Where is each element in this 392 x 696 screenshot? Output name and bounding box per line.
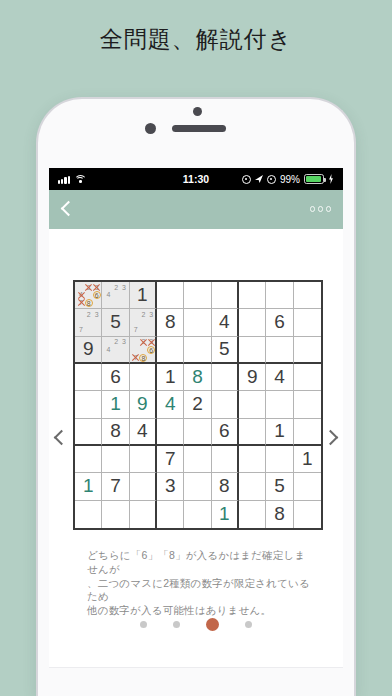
given-digit: 1: [274, 420, 285, 442]
sudoku-cell-r9c3[interactable]: [130, 501, 157, 528]
page-indicator: [49, 616, 343, 632]
given-digit: 9: [247, 366, 258, 388]
sudoku-cell-r5c5[interactable]: 2: [184, 391, 211, 418]
given-digit: 6: [219, 420, 230, 442]
sudoku-cell-r2c1[interactable]: 237: [75, 309, 102, 336]
sudoku-cell-r8c2[interactable]: 7: [102, 473, 129, 500]
given-digit: 1: [302, 448, 313, 470]
sudoku-cell-r7c2[interactable]: [102, 446, 129, 473]
sudoku-cell-r3c3[interactable]: 23678: [130, 337, 157, 364]
sudoku-cell-r2c8[interactable]: 6: [266, 309, 293, 336]
pencil-mark-circled: 6: [147, 346, 155, 354]
sudoku-cell-r6c5[interactable]: [184, 419, 211, 446]
phone-frame: 11:30 99% 234678234123752378469234236785…: [36, 97, 356, 696]
pencil-mark: 2: [85, 311, 93, 319]
pencil-mark-crossed: 2: [85, 284, 93, 292]
sudoku-cell-r6c1[interactable]: [75, 419, 102, 446]
sudoku-cell-r5c4[interactable]: 4: [157, 391, 184, 418]
sudoku-cell-r6c8[interactable]: 1: [266, 419, 293, 446]
sudoku-cell-r8c8[interactable]: 5: [266, 473, 293, 500]
sudoku-cell-r5c2[interactable]: 1: [102, 391, 129, 418]
sudoku-cell-r9c9[interactable]: [294, 501, 321, 528]
status-bar: 11:30 99%: [49, 168, 343, 190]
sudoku-cell-r7c5[interactable]: [184, 446, 211, 473]
sudoku-cell-r9c7[interactable]: [239, 501, 266, 528]
sudoku-cell-r6c3[interactable]: 4: [130, 419, 157, 446]
back-button[interactable]: [61, 201, 77, 217]
pencil-mark: 7: [77, 326, 85, 334]
sudoku-cell-r7c3[interactable]: [130, 446, 157, 473]
sudoku-cell-r8c6[interactable]: 8: [212, 473, 239, 500]
sudoku-cell-r1c3[interactable]: 1: [130, 282, 157, 309]
given-digit: 8: [110, 420, 121, 442]
sudoku-cell-r4c8[interactable]: 4: [266, 364, 293, 391]
pencil-mark: 3: [147, 311, 155, 319]
sudoku-cell-r9c2[interactable]: [102, 501, 129, 528]
sudoku-cell-r1c5[interactable]: [184, 282, 211, 309]
solved-digit: 1: [219, 503, 230, 525]
given-digit: 6: [274, 311, 285, 333]
sudoku-cell-r8c1[interactable]: 1: [75, 473, 102, 500]
pager-dot-2[interactable]: [173, 621, 180, 628]
sudoku-cell-r8c4[interactable]: 3: [157, 473, 184, 500]
given-digit: 8: [274, 503, 285, 525]
solved-digit: 1: [83, 475, 94, 497]
sudoku-cell-r2c9[interactable]: [294, 309, 321, 336]
given-digit: 8: [219, 475, 230, 497]
sudoku-cell-r3c9[interactable]: [294, 337, 321, 364]
sudoku-cell-r8c3[interactable]: [130, 473, 157, 500]
given-digit: 1: [165, 366, 176, 388]
sudoku-cell-r8c7[interactable]: [239, 473, 266, 500]
explanation-line: 、二つのマスに2種類の数字が限定されているため: [87, 577, 313, 605]
sensor-dot-icon: [145, 123, 156, 134]
sudoku-cell-r2c6[interactable]: 4: [212, 309, 239, 336]
given-digit: 8: [165, 311, 176, 333]
page-title: 全問題、解説付き: [0, 24, 392, 55]
sudoku-cell-r2c4[interactable]: 8: [157, 309, 184, 336]
given-digit: 2: [192, 393, 203, 415]
sudoku-cell-r7c4[interactable]: 7: [157, 446, 184, 473]
sudoku-cell-r5c9[interactable]: [294, 391, 321, 418]
sudoku-cell-r8c9[interactable]: [294, 473, 321, 500]
given-digit: 7: [165, 448, 176, 470]
sudoku-cell-r5c6[interactable]: [212, 391, 239, 418]
rotation-lock-icon: [242, 175, 251, 184]
front-camera-icon: [193, 107, 202, 116]
sudoku-cell-r9c8[interactable]: 8: [266, 501, 293, 528]
alarm-clock-icon: [267, 175, 276, 184]
sudoku-cell-r4c5[interactable]: 8: [184, 364, 211, 391]
pencil-mark: 3: [93, 311, 101, 319]
pencil-mark-circled: 6: [93, 291, 101, 299]
sudoku-cell-r2c5[interactable]: [184, 309, 211, 336]
pencil-mark: 2: [112, 284, 120, 292]
app-nav-bar: [49, 190, 343, 229]
pencil-mark-crossed: 2: [139, 338, 147, 346]
sudoku-cell-r2c3[interactable]: 237: [130, 309, 157, 336]
pencil-mark-crossed: 3: [93, 284, 101, 292]
given-digit: 5: [274, 475, 285, 497]
sudoku-cell-r3c2[interactable]: 234: [102, 337, 129, 364]
given-digit: 4: [274, 366, 285, 388]
sudoku-cell-r4c3[interactable]: [130, 364, 157, 391]
sudoku-cell-r7c6[interactable]: [212, 446, 239, 473]
given-digit: 9: [83, 338, 94, 360]
status-time: 11:30: [49, 173, 343, 185]
sudoku-cell-r6c9[interactable]: [294, 419, 321, 446]
sudoku-cell-r2c7[interactable]: [239, 309, 266, 336]
circle-icon: [310, 206, 316, 212]
pager-dot-4[interactable]: [245, 621, 252, 628]
more-menu-button[interactable]: [310, 206, 332, 212]
pencil-mark-circled: 8: [139, 354, 147, 362]
sudoku-cell-r9c5[interactable]: [184, 501, 211, 528]
given-digit: 7: [110, 475, 121, 497]
pencil-mark: 7: [132, 326, 140, 334]
sudoku-cell-r1c6[interactable]: [212, 282, 239, 309]
sudoku-cell-r7c9[interactable]: 1: [294, 446, 321, 473]
previous-step-button[interactable]: [54, 430, 70, 446]
sudoku-cell-r5c1[interactable]: [75, 391, 102, 418]
solved-digit: 8: [192, 366, 203, 388]
sudoku-cell-r1c8[interactable]: [266, 282, 293, 309]
sudoku-cell-r4c4[interactable]: 1: [157, 364, 184, 391]
sudoku-board: 2346782341237523784692342367856189419428…: [73, 280, 323, 530]
pencil-mark: 4: [104, 346, 112, 354]
circle-icon: [326, 206, 332, 212]
given-digit: 1: [137, 284, 148, 306]
pencil-mark: 3: [120, 284, 128, 292]
sudoku-cell-r4c1[interactable]: [75, 364, 102, 391]
sudoku-cell-r9c6[interactable]: 1: [212, 501, 239, 528]
sudoku-cell-r1c9[interactable]: [294, 282, 321, 309]
solved-digit: 9: [137, 393, 148, 415]
sudoku-cell-r6c4[interactable]: [157, 419, 184, 446]
pager-dot-3-active[interactable]: [206, 618, 219, 631]
sudoku-cell-r3c1[interactable]: 9: [75, 337, 102, 364]
pencil-mark: 4: [104, 291, 112, 299]
sudoku-cell-r4c7[interactable]: 9: [239, 364, 266, 391]
sudoku-cell-r9c1[interactable]: [75, 501, 102, 528]
given-digit: 3: [165, 475, 176, 497]
pencil-mark: 3: [120, 338, 128, 346]
sudoku-cell-r6c6[interactable]: 6: [212, 419, 239, 446]
explanation-line: どちらに「6」「8」が入るかはまだ確定しませんが: [87, 549, 313, 577]
sudoku-cell-r9c4[interactable]: [157, 501, 184, 528]
given-digit: 5: [110, 311, 121, 333]
app-store-screenshot: 全問題、解説付き 11:30 99%: [0, 0, 392, 696]
sudoku-cell-r7c7[interactable]: [239, 446, 266, 473]
pencil-mark: 2: [112, 338, 120, 346]
sudoku-cell-r1c1[interactable]: 234678: [75, 282, 102, 309]
sudoku-cell-r3c8[interactable]: [266, 337, 293, 364]
pencil-mark: 2: [139, 311, 147, 319]
given-digit: 5: [219, 338, 230, 360]
sudoku-cell-r2c2[interactable]: 5: [102, 309, 129, 336]
sudoku-cell-r1c4[interactable]: [157, 282, 184, 309]
sudoku-cell-r7c1[interactable]: [75, 446, 102, 473]
battery-icon: [304, 174, 324, 184]
pencil-mark-crossed: 3: [147, 338, 155, 346]
pager-dot-1[interactable]: [140, 621, 147, 628]
sudoku-cell-r6c2[interactable]: 8: [102, 419, 129, 446]
pencil-mark-crossed: 7: [77, 299, 85, 307]
given-digit: 6: [110, 366, 121, 388]
next-step-button[interactable]: [323, 430, 339, 446]
sudoku-cell-r4c9[interactable]: [294, 364, 321, 391]
sudoku-cell-r7c8[interactable]: [266, 446, 293, 473]
earpiece-speaker-icon: [172, 125, 226, 132]
sudoku-cell-r5c8[interactable]: [266, 391, 293, 418]
sudoku-cell-r8c5[interactable]: [184, 473, 211, 500]
sudoku-cell-r5c7[interactable]: [239, 391, 266, 418]
sudoku-cell-r6c7[interactable]: [239, 419, 266, 446]
sudoku-cell-r3c6[interactable]: 5: [212, 337, 239, 364]
sudoku-cell-r4c6[interactable]: [212, 364, 239, 391]
phone-screen: 11:30 99% 234678234123752378469234236785…: [49, 168, 343, 668]
sudoku-cell-r3c5[interactable]: [184, 337, 211, 364]
sudoku-cell-r1c7[interactable]: [239, 282, 266, 309]
sudoku-cell-r5c3[interactable]: 9: [130, 391, 157, 418]
sudoku-cell-r4c2[interactable]: 6: [102, 364, 129, 391]
given-digit: 4: [219, 311, 230, 333]
explanation-text: どちらに「6」「8」が入るかはまだ確定しませんが 、二つのマスに2種類の数字が限…: [87, 549, 313, 618]
pencil-mark-circled: 8: [85, 299, 93, 307]
sudoku-cell-r3c4[interactable]: [157, 337, 184, 364]
sudoku-cell-r3c7[interactable]: [239, 337, 266, 364]
solved-digit: 1: [110, 393, 121, 415]
solved-digit: 4: [165, 393, 176, 415]
sudoku-cell-r1c2[interactable]: 234: [102, 282, 129, 309]
pencil-mark-crossed: 7: [132, 354, 140, 362]
circle-icon: [318, 206, 324, 212]
given-digit: 4: [137, 420, 148, 442]
